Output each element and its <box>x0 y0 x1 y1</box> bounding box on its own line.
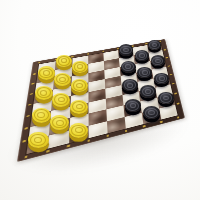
piece-ring-inner <box>56 120 64 126</box>
checker-piece-yellow[interactable] <box>32 108 51 123</box>
checker-piece-yellow[interactable] <box>28 132 49 148</box>
checker-piece-yellow[interactable] <box>52 93 70 107</box>
checker-piece-black[interactable] <box>125 99 142 112</box>
checker-piece-black[interactable] <box>122 79 138 91</box>
piece-ring-inner <box>142 70 148 75</box>
checker-piece-yellow[interactable] <box>54 73 71 86</box>
checker-piece-yellow[interactable] <box>69 123 88 138</box>
piece-ring-inner <box>40 90 47 96</box>
photo-scene <box>0 0 200 200</box>
checker-piece-black[interactable] <box>151 55 165 66</box>
piece-ring-inner <box>148 110 155 115</box>
piece-ring-inner <box>127 83 133 88</box>
checker-piece-black[interactable] <box>158 92 174 104</box>
piece-ring-inner <box>75 127 83 133</box>
checker-piece-yellow[interactable] <box>38 66 55 79</box>
piece-ring-inner <box>145 89 151 94</box>
checker-piece-yellow[interactable] <box>70 100 88 114</box>
piece-ring-inner <box>155 59 161 63</box>
checker-piece-black[interactable] <box>154 73 169 85</box>
checker-piece-yellow[interactable] <box>50 115 69 130</box>
checker-piece-yellow[interactable] <box>56 55 72 68</box>
checker-piece-black[interactable] <box>140 85 156 97</box>
checker-piece-black[interactable] <box>143 106 160 119</box>
checker-piece-yellow[interactable] <box>35 86 53 100</box>
piece-ring-inner <box>59 77 66 82</box>
checker-piece-black[interactable] <box>121 61 136 73</box>
piece-ring-inner <box>139 53 145 57</box>
piece-ring-inner <box>159 76 165 81</box>
checker-piece-black[interactable] <box>119 44 133 55</box>
pieces-layer <box>0 0 200 200</box>
checker-piece-black[interactable] <box>135 50 149 61</box>
checker-piece-black[interactable] <box>148 40 162 51</box>
checker-piece-yellow[interactable] <box>72 61 88 74</box>
piece-ring-inner <box>43 70 50 75</box>
checker-piece-yellow[interactable] <box>71 79 88 92</box>
checker-piece-black[interactable] <box>137 67 152 79</box>
